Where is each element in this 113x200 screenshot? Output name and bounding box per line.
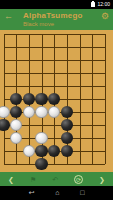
status-time: 12:00	[97, 2, 110, 7]
stone-white[interactable]	[48, 106, 60, 118]
stone-black[interactable]	[61, 145, 73, 157]
go-board[interactable]	[0, 30, 113, 172]
stone-black[interactable]	[35, 145, 47, 157]
stone-white[interactable]	[23, 106, 35, 118]
back-arrow-icon[interactable]: ←	[4, 12, 13, 21]
phone-screen: 12:00 ← AlphaTsumego Black move ⚙ ❮ ⚑ ↶ …	[0, 0, 113, 200]
app-title: AlphaTsumego	[23, 11, 83, 20]
restart-icon[interactable]: ⟳	[74, 175, 83, 184]
undo-icon[interactable]: ↶	[52, 176, 58, 183]
stone-white[interactable]	[35, 106, 47, 118]
bottom-toolbar: ❮ ⚑ ↶ ⟳ ❯	[0, 172, 113, 186]
stone-black[interactable]	[10, 93, 22, 105]
stone-white[interactable]	[0, 106, 10, 118]
grid-line-vertical	[105, 34, 106, 164]
stone-black[interactable]	[23, 93, 35, 105]
grid-line-horizontal	[4, 60, 106, 61]
prev-problem-icon[interactable]: ❮	[8, 176, 14, 183]
nav-recents-icon[interactable]: □	[80, 189, 84, 197]
android-nav-bar: ↩ ⌂ □	[0, 186, 113, 200]
nav-home-icon[interactable]: ⌂	[55, 189, 59, 197]
move-indicator: Black move	[23, 21, 54, 27]
stone-white[interactable]	[23, 145, 35, 157]
grid-line-horizontal	[4, 73, 106, 74]
next-problem-icon[interactable]: ❯	[99, 176, 105, 183]
stone-black[interactable]	[61, 119, 73, 131]
stone-black[interactable]	[35, 93, 47, 105]
stone-black[interactable]	[61, 106, 73, 118]
stone-white[interactable]	[10, 119, 22, 131]
grid-line-horizontal	[4, 86, 106, 87]
stone-black[interactable]	[10, 106, 22, 118]
stone-black[interactable]	[48, 93, 60, 105]
stone-black[interactable]	[0, 119, 10, 131]
grid-line-horizontal	[4, 34, 106, 35]
stone-white[interactable]	[10, 132, 22, 144]
stone-black[interactable]	[61, 132, 73, 144]
grid-line-horizontal	[4, 164, 106, 165]
grid-line-horizontal	[4, 47, 106, 48]
app-bar: ← AlphaTsumego Black move ⚙	[0, 9, 113, 30]
status-bar: 12:00	[0, 0, 113, 9]
stone-white[interactable]	[35, 132, 47, 144]
flag-icon[interactable]: ⚑	[30, 176, 36, 183]
gear-icon[interactable]: ⚙	[101, 12, 109, 21]
stone-black[interactable]	[35, 158, 47, 170]
nav-back-icon[interactable]: ↩	[28, 189, 34, 197]
stone-black[interactable]	[48, 145, 60, 157]
battery-icon	[91, 2, 95, 7]
